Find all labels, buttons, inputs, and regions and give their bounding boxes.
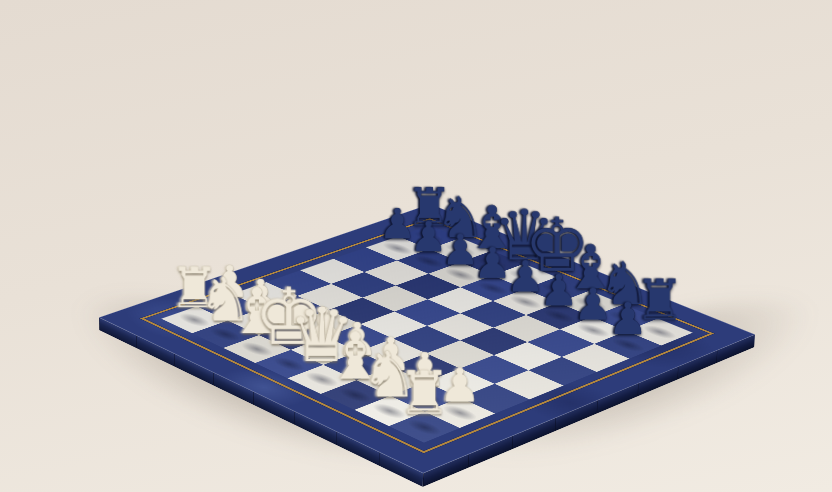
- photo-vignette: [0, 0, 832, 492]
